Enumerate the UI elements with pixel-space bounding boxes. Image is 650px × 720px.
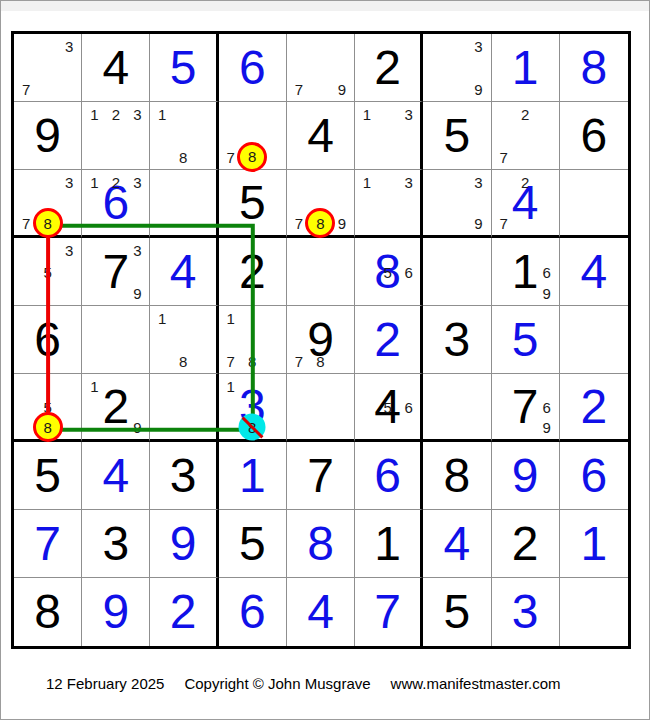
cell-r1c1[interactable]: 37 xyxy=(14,34,82,102)
given-digit: 2 xyxy=(219,238,286,305)
solved-digit: 4 xyxy=(423,510,490,577)
footer-copyright: Copyright © John Musgrave xyxy=(184,675,370,692)
cell-r5c8[interactable]: 5 xyxy=(492,306,560,374)
solved-digit: 4 xyxy=(287,578,354,646)
cell-r1c5[interactable]: 79 xyxy=(287,34,355,102)
given-digit: 5 xyxy=(14,442,81,509)
candidate: 1 xyxy=(227,378,235,393)
candidate: 7 xyxy=(295,81,303,96)
given-digit: 4 xyxy=(82,34,149,101)
candidate: 9 xyxy=(133,420,141,435)
cell-r5c1[interactable]: 6 xyxy=(14,306,82,374)
candidate: 7 xyxy=(227,353,235,368)
candidate: 1 xyxy=(158,107,166,122)
cell-r2c2[interactable]: 123 xyxy=(82,102,150,170)
cell-r3c5[interactable]: 789 xyxy=(287,170,355,238)
cell-r1c7[interactable]: 39 xyxy=(423,34,491,102)
eliminated-candidate-8: 8 xyxy=(239,414,266,441)
footer-date: 12 February 2025 xyxy=(46,675,164,692)
cell-r5c3[interactable]: 18 xyxy=(150,306,218,374)
solved-digit: 9 xyxy=(492,442,559,509)
cell-r2c3[interactable]: 18 xyxy=(150,102,218,170)
candidate: 9 xyxy=(542,420,550,435)
cell-r4c7[interactable] xyxy=(423,238,491,306)
cell-r2c5[interactable]: 4 xyxy=(287,102,355,170)
cell-r4c2[interactable]: 739 xyxy=(82,238,150,306)
candidate: 3 xyxy=(133,107,141,122)
solved-digit: 4 xyxy=(560,238,628,305)
cell-r8c1[interactable]: 7 xyxy=(14,510,82,578)
candidate: 1 xyxy=(227,311,235,326)
cell-r2c6[interactable]: 13 xyxy=(355,102,423,170)
sudoku-page: 3745679239189123187841352763786123578913… xyxy=(0,0,650,720)
candidate: 7 xyxy=(499,149,507,164)
candidate: 3 xyxy=(404,107,412,122)
cell-r6c7[interactable] xyxy=(423,374,491,442)
cell-r9c4[interactable]: 6 xyxy=(219,578,287,646)
candidate: 3 xyxy=(474,174,482,189)
top-strip xyxy=(1,1,649,11)
candidate: 2 xyxy=(112,107,120,122)
candidate: 3 xyxy=(65,174,73,189)
sudoku-board: 3745679239189123187841352763786123578913… xyxy=(11,31,631,649)
solved-digit: 6 xyxy=(560,442,628,509)
chain-node-8: 8 xyxy=(237,142,267,172)
footer-website: www.manifestmaster.com xyxy=(391,675,561,692)
cell-r1c2[interactable]: 4 xyxy=(82,34,150,102)
cell-r3c7[interactable]: 39 xyxy=(423,170,491,238)
candidate: 2 xyxy=(112,174,120,189)
solved-digit: 8 xyxy=(287,510,354,577)
candidate: 8 xyxy=(179,149,187,164)
candidate: 3 xyxy=(133,243,141,258)
candidate: 9 xyxy=(474,216,482,231)
cell-r5c6[interactable]: 2 xyxy=(355,306,423,374)
candidate: 6 xyxy=(542,264,550,279)
cell-r5c2[interactable] xyxy=(82,306,150,374)
cell-r7c9[interactable]: 6 xyxy=(560,442,628,510)
cell-r9c2[interactable]: 9 xyxy=(82,578,150,646)
candidate: 9 xyxy=(133,285,141,300)
cell-r8c9[interactable]: 1 xyxy=(560,510,628,578)
cell-r2c9[interactable]: 6 xyxy=(560,102,628,170)
solved-digit: 1 xyxy=(219,442,286,509)
given-digit: 5 xyxy=(423,102,490,169)
candidate: 8 xyxy=(248,353,256,368)
candidate: 5 xyxy=(384,264,392,279)
given-digit: 8 xyxy=(423,442,490,509)
cell-r3c6[interactable]: 13 xyxy=(355,170,423,238)
given-digit: 3 xyxy=(150,442,215,509)
cell-r9c7[interactable]: 5 xyxy=(423,578,491,646)
given-digit: 6 xyxy=(14,306,81,373)
chain-node-8: 8 xyxy=(305,208,335,238)
cell-r1c4[interactable]: 6 xyxy=(219,34,287,102)
solved-digit: 4 xyxy=(82,442,149,509)
cell-r4c8[interactable]: 169 xyxy=(492,238,560,306)
solved-digit: 6 xyxy=(219,578,286,646)
candidate: 1 xyxy=(90,378,98,393)
cell-r4c6[interactable]: 856 xyxy=(355,238,423,306)
candidate: 7 xyxy=(22,216,30,231)
cell-r9c8[interactable]: 3 xyxy=(492,578,560,646)
solved-digit: 2 xyxy=(150,578,215,646)
cell-r9c5[interactable]: 4 xyxy=(287,578,355,646)
solved-digit: 2 xyxy=(560,374,628,439)
cell-r3c3[interactable] xyxy=(150,170,218,238)
candidate: 7 xyxy=(295,216,303,231)
given-digit: 3 xyxy=(423,306,490,373)
candidate: 9 xyxy=(474,81,482,96)
solved-digit: 1 xyxy=(560,510,628,577)
candidate: 1 xyxy=(158,311,166,326)
cell-r7c8[interactable]: 9 xyxy=(492,442,560,510)
candidate: 9 xyxy=(338,81,346,96)
cell-r8c6[interactable]: 1 xyxy=(355,510,423,578)
candidate: 1 xyxy=(363,174,371,189)
cell-r7c6[interactable]: 6 xyxy=(355,442,423,510)
cell-r3c4[interactable]: 5 xyxy=(219,170,287,238)
candidate: 5 xyxy=(384,399,392,414)
solved-digit: 2 xyxy=(355,306,420,373)
candidate: 3 xyxy=(65,243,73,258)
candidate: 8 xyxy=(316,353,324,368)
chain-node-8: 8 xyxy=(33,412,63,442)
candidate: 7 xyxy=(499,216,507,231)
cell-r1c8[interactable]: 1 xyxy=(492,34,560,102)
given-digit: 2 xyxy=(355,34,420,101)
cell-r6c9[interactable]: 2 xyxy=(560,374,628,442)
cell-r5c5[interactable]: 978 xyxy=(287,306,355,374)
cell-r3c9[interactable] xyxy=(560,170,628,238)
solved-digit: 9 xyxy=(82,578,149,646)
given-digit: 5 xyxy=(219,170,286,235)
cell-r8c4[interactable]: 5 xyxy=(219,510,287,578)
cell-r1c3[interactable]: 5 xyxy=(150,34,218,102)
cell-r2c4[interactable]: 78 xyxy=(219,102,287,170)
cell-r6c4[interactable]: 318 xyxy=(219,374,287,442)
candidate: 9 xyxy=(542,285,550,300)
cell-r4c3[interactable]: 4 xyxy=(150,238,218,306)
candidate: 6 xyxy=(404,399,412,414)
solved-digit: 8 xyxy=(560,34,628,101)
candidate: 1 xyxy=(90,107,98,122)
given-digit: 3 xyxy=(82,510,149,577)
cell-r6c1[interactable]: 58 xyxy=(14,374,82,442)
given-digit: 4 xyxy=(287,102,354,169)
solved-digit: 6 xyxy=(355,442,420,509)
given-digit: 1 xyxy=(355,510,420,577)
candidate: 7 xyxy=(22,81,30,96)
footer: 12 February 2025 Copyright © John Musgra… xyxy=(46,675,561,692)
cell-r7c2[interactable]: 4 xyxy=(82,442,150,510)
cell-r2c8[interactable]: 27 xyxy=(492,102,560,170)
candidate: 3 xyxy=(474,39,482,54)
solved-digit: 1 xyxy=(492,34,559,101)
solved-digit: 7 xyxy=(355,578,420,646)
cell-r1c9[interactable]: 8 xyxy=(560,34,628,102)
given-digit xyxy=(560,578,628,646)
cell-r3c1[interactable]: 378 xyxy=(14,170,82,238)
cell-r6c5[interactable] xyxy=(287,374,355,442)
given-digit: 6 xyxy=(560,102,628,169)
cell-r9c6[interactable]: 7 xyxy=(355,578,423,646)
solved-digit: 3 xyxy=(492,578,559,646)
candidate: 5 xyxy=(43,264,51,279)
cell-r6c2[interactable]: 219 xyxy=(82,374,150,442)
candidate: 3 xyxy=(133,174,141,189)
cell-r3c2[interactable]: 6123 xyxy=(82,170,150,238)
cell-r5c4[interactable]: 178 xyxy=(219,306,287,374)
cell-r6c6[interactable]: 456 xyxy=(355,374,423,442)
cell-r9c1[interactable]: 8 xyxy=(14,578,82,646)
cell-r8c3[interactable]: 9 xyxy=(150,510,218,578)
solved-digit: 6 xyxy=(219,34,286,101)
candidate: 2 xyxy=(521,174,529,189)
cell-r7c1[interactable]: 5 xyxy=(14,442,82,510)
candidate: 1 xyxy=(90,174,98,189)
cell-r3c8[interactable]: 427 xyxy=(492,170,560,238)
cell-r8c8[interactable]: 2 xyxy=(492,510,560,578)
cell-r8c5[interactable]: 8 xyxy=(287,510,355,578)
candidate: 6 xyxy=(542,399,550,414)
cell-r5c9[interactable] xyxy=(560,306,628,374)
given-digit: 9 xyxy=(14,102,81,169)
candidate: 3 xyxy=(65,39,73,54)
cell-r4c1[interactable]: 35 xyxy=(14,238,82,306)
cell-r6c3[interactable] xyxy=(150,374,218,442)
solved-digit: 9 xyxy=(150,510,215,577)
cell-r2c7[interactable]: 5 xyxy=(423,102,491,170)
cell-r9c9[interactable] xyxy=(560,578,628,646)
cell-r8c2[interactable]: 3 xyxy=(82,510,150,578)
cell-r7c4[interactable]: 1 xyxy=(219,442,287,510)
chain-node-8: 8 xyxy=(33,208,63,238)
cell-r4c4[interactable]: 2 xyxy=(219,238,287,306)
candidate: 6 xyxy=(404,264,412,279)
cell-r8c7[interactable]: 4 xyxy=(423,510,491,578)
cell-r7c5[interactable]: 7 xyxy=(287,442,355,510)
solved-digit: 7 xyxy=(14,510,81,577)
solved-digit: 4 xyxy=(150,238,215,305)
cell-r4c9[interactable]: 4 xyxy=(560,238,628,306)
candidate: 7 xyxy=(227,149,235,164)
given-digit: 7 xyxy=(287,442,354,509)
given-digit: 2 xyxy=(492,510,559,577)
cell-r2c1[interactable]: 9 xyxy=(14,102,82,170)
given-digit: 8 xyxy=(14,578,81,646)
candidate: 8 xyxy=(179,353,187,368)
cell-r4c5[interactable] xyxy=(287,238,355,306)
cell-r7c3[interactable]: 3 xyxy=(150,442,218,510)
cell-r1c6[interactable]: 2 xyxy=(355,34,423,102)
given-digit: 5 xyxy=(423,578,490,646)
candidate: 2 xyxy=(521,107,529,122)
candidate: 9 xyxy=(338,216,346,231)
candidate: 7 xyxy=(295,353,303,368)
cell-r6c8[interactable]: 769 xyxy=(492,374,560,442)
given-digit: 5 xyxy=(219,510,286,577)
cell-r9c3[interactable]: 2 xyxy=(150,578,218,646)
solved-digit: 5 xyxy=(492,306,559,373)
candidate: 3 xyxy=(404,174,412,189)
cell-r7c7[interactable]: 8 xyxy=(423,442,491,510)
solved-digit: 5 xyxy=(150,34,215,101)
candidate: 1 xyxy=(363,107,371,122)
cell-r5c7[interactable]: 3 xyxy=(423,306,491,374)
